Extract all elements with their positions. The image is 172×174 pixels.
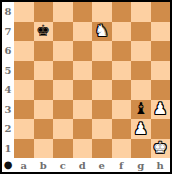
square-e3[interactable] [92, 100, 112, 120]
square-b7[interactable]: ♚ [34, 22, 54, 42]
square-c5[interactable] [53, 61, 73, 81]
turn-indicator: ● [2, 158, 14, 172]
square-c7[interactable] [53, 22, 73, 42]
rank-label-7: 7 [2, 22, 14, 42]
file-label-g: g [131, 158, 151, 172]
square-e8[interactable] [92, 2, 112, 22]
square-d6[interactable] [73, 41, 93, 61]
square-g1[interactable] [131, 139, 151, 159]
square-a6[interactable] [14, 41, 34, 61]
square-h3[interactable]: ♟ [151, 100, 171, 120]
square-f7[interactable] [112, 22, 132, 42]
square-b8[interactable] [34, 2, 54, 22]
square-e6[interactable] [92, 41, 112, 61]
white-king-h1[interactable]: ♚ [153, 140, 167, 156]
black-king-b7[interactable]: ♚ [36, 23, 50, 39]
square-h6[interactable] [151, 41, 171, 61]
square-a7[interactable] [14, 22, 34, 42]
chess-diagram: 87654321 ♚♞♝♟♟♚ ● abcdefgh [0, 0, 172, 174]
square-d5[interactable] [73, 61, 93, 81]
square-c2[interactable] [53, 119, 73, 139]
square-g7[interactable] [131, 22, 151, 42]
square-d8[interactable] [73, 2, 93, 22]
square-a1[interactable] [14, 139, 34, 159]
square-e1[interactable] [92, 139, 112, 159]
square-g2[interactable]: ♟ [131, 119, 151, 139]
square-h4[interactable] [151, 80, 171, 100]
square-c1[interactable] [53, 139, 73, 159]
file-label-e: e [92, 158, 112, 172]
square-f5[interactable] [112, 61, 132, 81]
square-h2[interactable] [151, 119, 171, 139]
file-label-c: c [53, 158, 73, 172]
square-a4[interactable] [14, 80, 34, 100]
file-label-b: b [34, 158, 54, 172]
square-d7[interactable] [73, 22, 93, 42]
square-d4[interactable] [73, 80, 93, 100]
square-f3[interactable] [112, 100, 132, 120]
square-b3[interactable] [34, 100, 54, 120]
square-e2[interactable] [92, 119, 112, 139]
square-c3[interactable] [53, 100, 73, 120]
file-label-f: f [112, 158, 132, 172]
square-f2[interactable] [112, 119, 132, 139]
square-a2[interactable] [14, 119, 34, 139]
square-b5[interactable] [34, 61, 54, 81]
rank-labels: 87654321 [2, 2, 14, 158]
rank-label-3: 3 [2, 100, 14, 120]
white-knight-e7[interactable]: ♞ [95, 23, 109, 39]
diagram-inner: 87654321 ♚♞♝♟♟♚ ● abcdefgh [2, 2, 170, 172]
file-label-d: d [73, 158, 93, 172]
black-bishop-g3[interactable]: ♝ [134, 101, 148, 117]
square-d3[interactable] [73, 100, 93, 120]
square-g8[interactable] [131, 2, 151, 22]
square-a3[interactable] [14, 100, 34, 120]
rank-label-1: 1 [2, 139, 14, 159]
square-h1[interactable]: ♚ [151, 139, 171, 159]
chess-board[interactable]: ♚♞♝♟♟♚ [14, 2, 170, 158]
rank-label-5: 5 [2, 61, 14, 81]
square-a8[interactable] [14, 2, 34, 22]
square-g5[interactable] [131, 61, 151, 81]
file-labels: abcdefgh [14, 158, 170, 172]
white-pawn-h3[interactable]: ♟ [153, 101, 167, 117]
white-pawn-g2[interactable]: ♟ [134, 121, 148, 137]
square-d1[interactable] [73, 139, 93, 159]
square-c8[interactable] [53, 2, 73, 22]
square-e5[interactable] [92, 61, 112, 81]
square-g3[interactable]: ♝ [131, 100, 151, 120]
square-f6[interactable] [112, 41, 132, 61]
square-e4[interactable] [92, 80, 112, 100]
square-c6[interactable] [53, 41, 73, 61]
square-g4[interactable] [131, 80, 151, 100]
square-a5[interactable] [14, 61, 34, 81]
square-d2[interactable] [73, 119, 93, 139]
square-g6[interactable] [131, 41, 151, 61]
rank-label-2: 2 [2, 119, 14, 139]
square-b6[interactable] [34, 41, 54, 61]
square-b1[interactable] [34, 139, 54, 159]
square-b4[interactable] [34, 80, 54, 100]
square-c4[interactable] [53, 80, 73, 100]
square-e7[interactable]: ♞ [92, 22, 112, 42]
black-to-move-dot-icon: ● [4, 160, 13, 170]
file-label-h: h [151, 158, 171, 172]
square-h7[interactable] [151, 22, 171, 42]
rank-label-8: 8 [2, 2, 14, 22]
file-label-a: a [14, 158, 34, 172]
rank-label-6: 6 [2, 41, 14, 61]
square-f4[interactable] [112, 80, 132, 100]
square-h5[interactable] [151, 61, 171, 81]
square-h8[interactable] [151, 2, 171, 22]
square-f1[interactable] [112, 139, 132, 159]
square-b2[interactable] [34, 119, 54, 139]
square-f8[interactable] [112, 2, 132, 22]
rank-label-4: 4 [2, 80, 14, 100]
